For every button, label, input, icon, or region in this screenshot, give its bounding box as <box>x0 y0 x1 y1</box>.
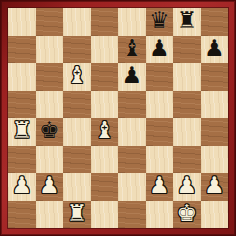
square-d8[interactable] <box>91 8 119 36</box>
square-g7[interactable] <box>173 36 201 64</box>
square-f1[interactable] <box>146 201 174 229</box>
square-a3[interactable] <box>8 146 36 174</box>
square-c7[interactable] <box>63 36 91 64</box>
square-e4[interactable] <box>118 118 146 146</box>
square-g4[interactable] <box>173 118 201 146</box>
square-d2[interactable] <box>91 173 119 201</box>
square-d7[interactable] <box>91 36 119 64</box>
square-g3[interactable] <box>173 146 201 174</box>
square-a8[interactable] <box>8 8 36 36</box>
square-g1[interactable]: ♚ <box>173 201 201 229</box>
square-d3[interactable] <box>91 146 119 174</box>
square-h7[interactable]: ♟ <box>201 36 229 64</box>
square-f5[interactable] <box>146 91 174 119</box>
white-pawn-piece[interactable]: ♟ <box>176 173 197 200</box>
square-e6[interactable]: ♟ <box>118 63 146 91</box>
square-f7[interactable]: ♟ <box>146 36 174 64</box>
square-c3[interactable] <box>63 146 91 174</box>
square-h3[interactable] <box>201 146 229 174</box>
square-c8[interactable] <box>63 8 91 36</box>
square-b5[interactable] <box>36 91 64 119</box>
square-h4[interactable] <box>201 118 229 146</box>
square-a6[interactable] <box>8 63 36 91</box>
white-pawn-piece[interactable]: ♟ <box>149 173 170 200</box>
square-e1[interactable] <box>118 201 146 229</box>
square-e5[interactable] <box>118 91 146 119</box>
square-a5[interactable] <box>8 91 36 119</box>
white-pawn-piece[interactable]: ♟ <box>11 173 32 200</box>
square-d6[interactable] <box>91 63 119 91</box>
square-b4[interactable]: ♚ <box>36 118 64 146</box>
square-e8[interactable] <box>118 8 146 36</box>
square-c6[interactable]: ♝ <box>63 63 91 91</box>
square-b7[interactable] <box>36 36 64 64</box>
square-h6[interactable] <box>201 63 229 91</box>
square-b8[interactable] <box>36 8 64 36</box>
white-king-piece[interactable]: ♚ <box>176 201 197 228</box>
square-b1[interactable] <box>36 201 64 229</box>
square-a1[interactable] <box>8 201 36 229</box>
white-pawn-piece[interactable]: ♟ <box>39 173 60 200</box>
black-bishop-piece[interactable]: ♝ <box>121 36 142 63</box>
square-d5[interactable] <box>91 91 119 119</box>
square-a4[interactable]: ♜ <box>8 118 36 146</box>
square-e2[interactable] <box>118 173 146 201</box>
square-f2[interactable]: ♟ <box>146 173 174 201</box>
square-c1[interactable]: ♜ <box>63 201 91 229</box>
square-g6[interactable] <box>173 63 201 91</box>
black-pawn-piece[interactable]: ♟ <box>149 36 170 63</box>
square-a2[interactable]: ♟ <box>8 173 36 201</box>
square-b2[interactable]: ♟ <box>36 173 64 201</box>
square-e3[interactable] <box>118 146 146 174</box>
white-bishop-piece[interactable]: ♝ <box>66 63 87 90</box>
board-frame: ♛♜♝♟♟♝♟♜♚♝♟♟♟♟♟♜♚ <box>0 0 236 236</box>
square-b3[interactable] <box>36 146 64 174</box>
black-queen-piece[interactable]: ♛ <box>149 8 170 35</box>
white-bishop-piece[interactable]: ♝ <box>94 118 115 145</box>
square-h5[interactable] <box>201 91 229 119</box>
white-rook-piece[interactable]: ♜ <box>11 118 32 145</box>
black-pawn-piece[interactable]: ♟ <box>204 36 225 63</box>
black-king-piece[interactable]: ♚ <box>39 118 60 145</box>
square-f4[interactable] <box>146 118 174 146</box>
square-h1[interactable] <box>201 201 229 229</box>
white-pawn-piece[interactable]: ♟ <box>204 173 225 200</box>
square-g2[interactable]: ♟ <box>173 173 201 201</box>
black-pawn-piece[interactable]: ♟ <box>121 63 142 90</box>
square-c2[interactable] <box>63 173 91 201</box>
square-f8[interactable]: ♛ <box>146 8 174 36</box>
square-c4[interactable] <box>63 118 91 146</box>
chess-board: ♛♜♝♟♟♝♟♜♚♝♟♟♟♟♟♜♚ <box>8 8 228 228</box>
square-c5[interactable] <box>63 91 91 119</box>
square-b6[interactable] <box>36 63 64 91</box>
square-d1[interactable] <box>91 201 119 229</box>
square-h8[interactable] <box>201 8 229 36</box>
square-h2[interactable]: ♟ <box>201 173 229 201</box>
white-rook-piece[interactable]: ♜ <box>66 201 87 228</box>
square-e7[interactable]: ♝ <box>118 36 146 64</box>
square-a7[interactable] <box>8 36 36 64</box>
square-g8[interactable]: ♜ <box>173 8 201 36</box>
square-f6[interactable] <box>146 63 174 91</box>
black-rook-piece[interactable]: ♜ <box>176 8 197 35</box>
square-f3[interactable] <box>146 146 174 174</box>
square-g5[interactable] <box>173 91 201 119</box>
square-d4[interactable]: ♝ <box>91 118 119 146</box>
